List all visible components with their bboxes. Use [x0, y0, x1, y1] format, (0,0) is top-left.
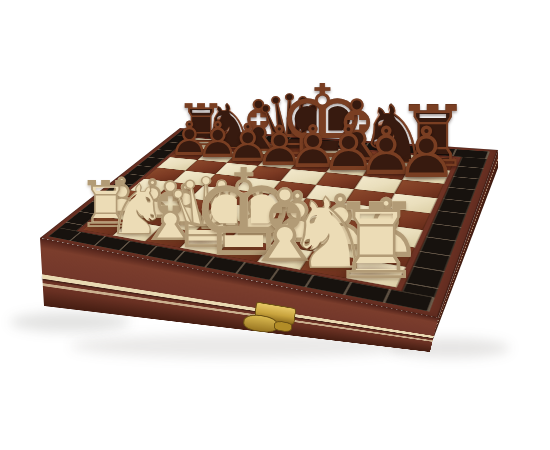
- white-rook[interactable]: ♜♖: [329, 188, 423, 293]
- ground-shadow-left: [10, 312, 130, 332]
- chess-set-photo: ♜♖♞♘♝♗♛♕♚♔♝♗♞♘♜♖♟♙♟♙♟♙♟♙♟♙♟♙♟♙♟♙♟♙♟♙♟♙♟♙…: [0, 0, 550, 450]
- latch-pin: [274, 320, 292, 332]
- brass-latch: [243, 299, 300, 336]
- piece-detail-glyph: ♖: [329, 188, 423, 293]
